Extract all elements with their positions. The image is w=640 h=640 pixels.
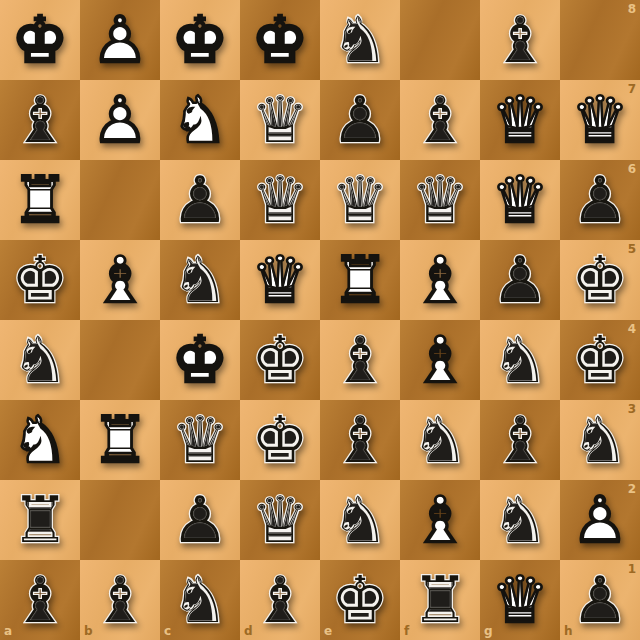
square-f2[interactable]: ♝♗ [400, 480, 480, 560]
chess-board: ♚♔♟♙♚♔♚♔♞♘♝♗8♝♗♟♙♞♘♛♕♟♙♝♗♛♕♛♕7♜♖♟♙♛♕♛♕♛♕… [0, 0, 640, 640]
square-c4[interactable]: ♚♔ [160, 320, 240, 400]
square-g4[interactable]: ♞♘ [480, 320, 560, 400]
black-bishop-icon: ♝♗ [240, 560, 320, 640]
square-g5[interactable]: ♟♙ [480, 240, 560, 320]
square-h8[interactable]: 8 [560, 0, 640, 80]
square-f3[interactable]: ♞♘ [400, 400, 480, 480]
white-rook-icon: ♜♖ [0, 160, 80, 240]
black-king-icon: ♚♔ [0, 240, 80, 320]
square-f5[interactable]: ♝♗ [400, 240, 480, 320]
square-b7[interactable]: ♟♙ [80, 80, 160, 160]
black-knight-icon: ♞♘ [480, 480, 560, 560]
square-e5[interactable]: ♜♖ [320, 240, 400, 320]
black-bishop-icon: ♝♗ [0, 560, 80, 640]
black-pawn-icon: ♟♙ [320, 80, 400, 160]
square-h1[interactable]: ♟♙h1 [560, 560, 640, 640]
black-queen-icon: ♛♕ [240, 160, 320, 240]
black-pawn-icon: ♟♙ [160, 160, 240, 240]
square-h6[interactable]: ♟♙6 [560, 160, 640, 240]
white-queen-icon: ♛♕ [480, 80, 560, 160]
white-pawn-icon: ♟♙ [560, 480, 640, 560]
black-knight-icon: ♞♘ [400, 400, 480, 480]
square-e1[interactable]: ♚♔e [320, 560, 400, 640]
square-g8[interactable]: ♝♗ [480, 0, 560, 80]
square-e7[interactable]: ♟♙ [320, 80, 400, 160]
white-king-icon: ♚♔ [0, 0, 80, 80]
square-f1[interactable]: ♜♖f [400, 560, 480, 640]
black-knight-icon: ♞♘ [0, 320, 80, 400]
black-queen-icon: ♛♕ [160, 400, 240, 480]
square-b8[interactable]: ♟♙ [80, 0, 160, 80]
square-g1[interactable]: ♛♕g [480, 560, 560, 640]
square-a7[interactable]: ♝♗ [0, 80, 80, 160]
square-e6[interactable]: ♛♕ [320, 160, 400, 240]
white-knight-icon: ♞♘ [160, 80, 240, 160]
black-knight-icon: ♞♘ [480, 320, 560, 400]
square-d7[interactable]: ♛♕ [240, 80, 320, 160]
square-a4[interactable]: ♞♘ [0, 320, 80, 400]
black-rook-icon: ♜♖ [0, 480, 80, 560]
black-knight-icon: ♞♘ [560, 400, 640, 480]
black-knight-icon: ♞♘ [320, 480, 400, 560]
square-c3[interactable]: ♛♕ [160, 400, 240, 480]
black-king-icon: ♚♔ [320, 560, 400, 640]
square-d4[interactable]: ♚♔ [240, 320, 320, 400]
square-b6[interactable] [80, 160, 160, 240]
white-rook-icon: ♜♖ [80, 400, 160, 480]
square-g3[interactable]: ♝♗ [480, 400, 560, 480]
square-a8[interactable]: ♚♔ [0, 0, 80, 80]
square-e2[interactable]: ♞♘ [320, 480, 400, 560]
white-queen-icon: ♛♕ [480, 560, 560, 640]
square-f4[interactable]: ♝♗ [400, 320, 480, 400]
white-rook-icon: ♜♖ [320, 240, 400, 320]
square-g2[interactable]: ♞♘ [480, 480, 560, 560]
square-g7[interactable]: ♛♕ [480, 80, 560, 160]
square-f7[interactable]: ♝♗ [400, 80, 480, 160]
square-c6[interactable]: ♟♙ [160, 160, 240, 240]
black-knight-icon: ♞♘ [160, 240, 240, 320]
black-king-icon: ♚♔ [560, 320, 640, 400]
black-pawn-icon: ♟♙ [560, 560, 640, 640]
black-rook-icon: ♜♖ [400, 560, 480, 640]
square-f6[interactable]: ♛♕ [400, 160, 480, 240]
white-knight-icon: ♞♘ [0, 400, 80, 480]
square-h7[interactable]: ♛♕7 [560, 80, 640, 160]
black-queen-icon: ♛♕ [240, 480, 320, 560]
black-queen-icon: ♛♕ [240, 80, 320, 160]
square-d2[interactable]: ♛♕ [240, 480, 320, 560]
square-d1[interactable]: ♝♗d [240, 560, 320, 640]
square-a6[interactable]: ♜♖ [0, 160, 80, 240]
black-bishop-icon: ♝♗ [480, 0, 560, 80]
square-f8[interactable] [400, 0, 480, 80]
square-e8[interactable]: ♞♘ [320, 0, 400, 80]
white-king-icon: ♚♔ [160, 320, 240, 400]
white-king-icon: ♚♔ [160, 0, 240, 80]
black-knight-icon: ♞♘ [160, 560, 240, 640]
square-b2[interactable] [80, 480, 160, 560]
black-bishop-icon: ♝♗ [0, 80, 80, 160]
black-bishop-icon: ♝♗ [400, 80, 480, 160]
black-king-icon: ♚♔ [240, 320, 320, 400]
square-a5[interactable]: ♚♔ [0, 240, 80, 320]
black-queen-icon: ♛♕ [400, 160, 480, 240]
square-c8[interactable]: ♚♔ [160, 0, 240, 80]
square-c1[interactable]: ♞♘c [160, 560, 240, 640]
square-d8[interactable]: ♚♔ [240, 0, 320, 80]
square-c5[interactable]: ♞♘ [160, 240, 240, 320]
white-bishop-icon: ♝♗ [400, 320, 480, 400]
square-a3[interactable]: ♞♘ [0, 400, 80, 480]
black-bishop-icon: ♝♗ [80, 560, 160, 640]
square-b3[interactable]: ♜♖ [80, 400, 160, 480]
black-queen-icon: ♛♕ [320, 160, 400, 240]
square-b4[interactable] [80, 320, 160, 400]
rank-label-8: 8 [628, 3, 636, 15]
black-bishop-icon: ♝♗ [320, 400, 400, 480]
white-king-icon: ♚♔ [240, 0, 320, 80]
black-knight-icon: ♞♘ [320, 0, 400, 80]
white-bishop-icon: ♝♗ [400, 240, 480, 320]
black-bishop-icon: ♝♗ [320, 320, 400, 400]
square-d5[interactable]: ♛♕ [240, 240, 320, 320]
black-bishop-icon: ♝♗ [480, 400, 560, 480]
square-a2[interactable]: ♜♖ [0, 480, 80, 560]
white-bishop-icon: ♝♗ [80, 240, 160, 320]
square-a1[interactable]: ♝♗a [0, 560, 80, 640]
square-h5[interactable]: ♚♔5 [560, 240, 640, 320]
black-king-icon: ♚♔ [240, 400, 320, 480]
white-queen-icon: ♛♕ [480, 160, 560, 240]
square-c2[interactable]: ♟♙ [160, 480, 240, 560]
square-h3[interactable]: ♞♘3 [560, 400, 640, 480]
square-e3[interactable]: ♝♗ [320, 400, 400, 480]
white-bishop-icon: ♝♗ [400, 480, 480, 560]
black-pawn-icon: ♟♙ [560, 160, 640, 240]
square-b5[interactable]: ♝♗ [80, 240, 160, 320]
white-queen-icon: ♛♕ [240, 240, 320, 320]
square-d6[interactable]: ♛♕ [240, 160, 320, 240]
black-king-icon: ♚♔ [560, 240, 640, 320]
white-queen-icon: ♛♕ [560, 80, 640, 160]
square-c7[interactable]: ♞♘ [160, 80, 240, 160]
black-pawn-icon: ♟♙ [160, 480, 240, 560]
square-h2[interactable]: ♟♙2 [560, 480, 640, 560]
square-h4[interactable]: ♚♔4 [560, 320, 640, 400]
white-pawn-icon: ♟♙ [80, 0, 160, 80]
square-g6[interactable]: ♛♕ [480, 160, 560, 240]
black-pawn-icon: ♟♙ [480, 240, 560, 320]
square-b1[interactable]: ♝♗b [80, 560, 160, 640]
square-e4[interactable]: ♝♗ [320, 320, 400, 400]
square-d3[interactable]: ♚♔ [240, 400, 320, 480]
white-pawn-icon: ♟♙ [80, 80, 160, 160]
